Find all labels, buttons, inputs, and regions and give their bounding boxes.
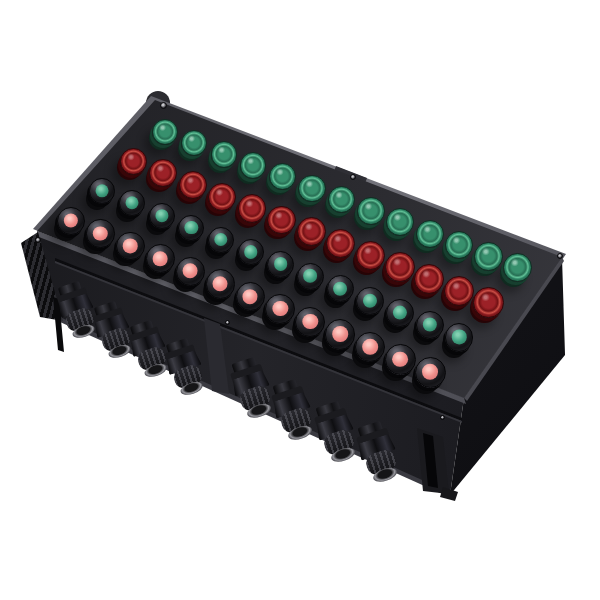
pink-push-button bbox=[86, 219, 114, 247]
green-button-cap bbox=[393, 306, 407, 320]
green-button-cap bbox=[333, 281, 347, 295]
green-push-button bbox=[356, 287, 384, 315]
green-indicator-lamp bbox=[240, 152, 267, 179]
pink-button-cap bbox=[153, 251, 168, 266]
pink-push-button bbox=[325, 319, 355, 349]
panel-screw bbox=[557, 253, 563, 259]
pink-button-cap bbox=[123, 239, 138, 254]
pink-button-cap bbox=[273, 301, 288, 316]
pink-button-cap bbox=[392, 351, 408, 367]
green-push-button bbox=[267, 251, 294, 278]
pink-button-cap bbox=[303, 314, 318, 329]
red-indicator-lamp bbox=[297, 217, 326, 246]
green-button-cap bbox=[214, 233, 227, 246]
green-indicator-lamp bbox=[357, 197, 385, 225]
pink-button-cap bbox=[213, 276, 228, 291]
green-indicator-lamp bbox=[152, 119, 178, 145]
pink-push-button bbox=[415, 357, 446, 388]
pink-push-button bbox=[176, 257, 205, 286]
panel-screw bbox=[440, 415, 445, 420]
pink-push-button bbox=[57, 207, 85, 235]
red-indicator-lamp bbox=[149, 159, 177, 187]
pink-button-cap bbox=[93, 226, 107, 240]
panel-screw bbox=[225, 320, 230, 325]
red-indicator-lamp bbox=[208, 183, 236, 211]
green-button-cap bbox=[422, 318, 436, 332]
red-indicator-lamp bbox=[356, 241, 386, 271]
pink-push-button bbox=[295, 307, 325, 337]
green-push-button bbox=[327, 275, 354, 302]
panel-screw bbox=[35, 237, 41, 243]
pink-push-button bbox=[385, 344, 416, 375]
green-push-button bbox=[416, 311, 444, 339]
pink-button-cap bbox=[362, 339, 378, 355]
green-push-button bbox=[445, 323, 473, 351]
green-indicator-lamp bbox=[298, 175, 325, 202]
green-indicator-lamp bbox=[416, 220, 444, 248]
green-button-cap bbox=[244, 245, 258, 259]
red-indicator-lamp bbox=[238, 194, 267, 223]
green-indicator-lamp bbox=[211, 141, 238, 168]
pink-push-button bbox=[206, 269, 235, 298]
pink-push-button bbox=[146, 244, 175, 273]
green-push-button bbox=[119, 190, 145, 216]
green-push-button bbox=[297, 263, 324, 290]
green-button-cap bbox=[185, 221, 198, 234]
green-button-cap bbox=[125, 196, 138, 209]
green-push-button bbox=[149, 203, 175, 229]
pink-button-cap bbox=[183, 264, 198, 279]
red-indicator-lamp bbox=[473, 287, 504, 318]
green-button-cap bbox=[96, 184, 109, 197]
green-push-button bbox=[178, 215, 204, 241]
green-push-button bbox=[386, 299, 414, 327]
red-indicator-lamp bbox=[385, 252, 415, 282]
pink-button-cap bbox=[63, 213, 77, 227]
red-indicator-lamp bbox=[267, 206, 296, 235]
green-button-cap bbox=[304, 269, 318, 283]
green-indicator-lamp bbox=[445, 231, 473, 259]
pink-button-cap bbox=[332, 326, 348, 342]
pink-push-button bbox=[116, 232, 145, 261]
red-indicator-lamp bbox=[444, 276, 474, 306]
green-button-cap bbox=[155, 209, 168, 222]
green-button-cap bbox=[363, 293, 377, 307]
panel-screw bbox=[350, 174, 356, 180]
green-push-button bbox=[89, 178, 115, 204]
red-indicator-lamp bbox=[179, 171, 207, 199]
green-indicator-lamp bbox=[474, 242, 503, 271]
panel-screw bbox=[160, 102, 167, 109]
pink-button-cap bbox=[422, 364, 438, 380]
pink-button-cap bbox=[243, 289, 258, 304]
green-button-cap bbox=[274, 257, 288, 271]
product-photo bbox=[0, 0, 600, 600]
green-button-cap bbox=[452, 330, 466, 344]
